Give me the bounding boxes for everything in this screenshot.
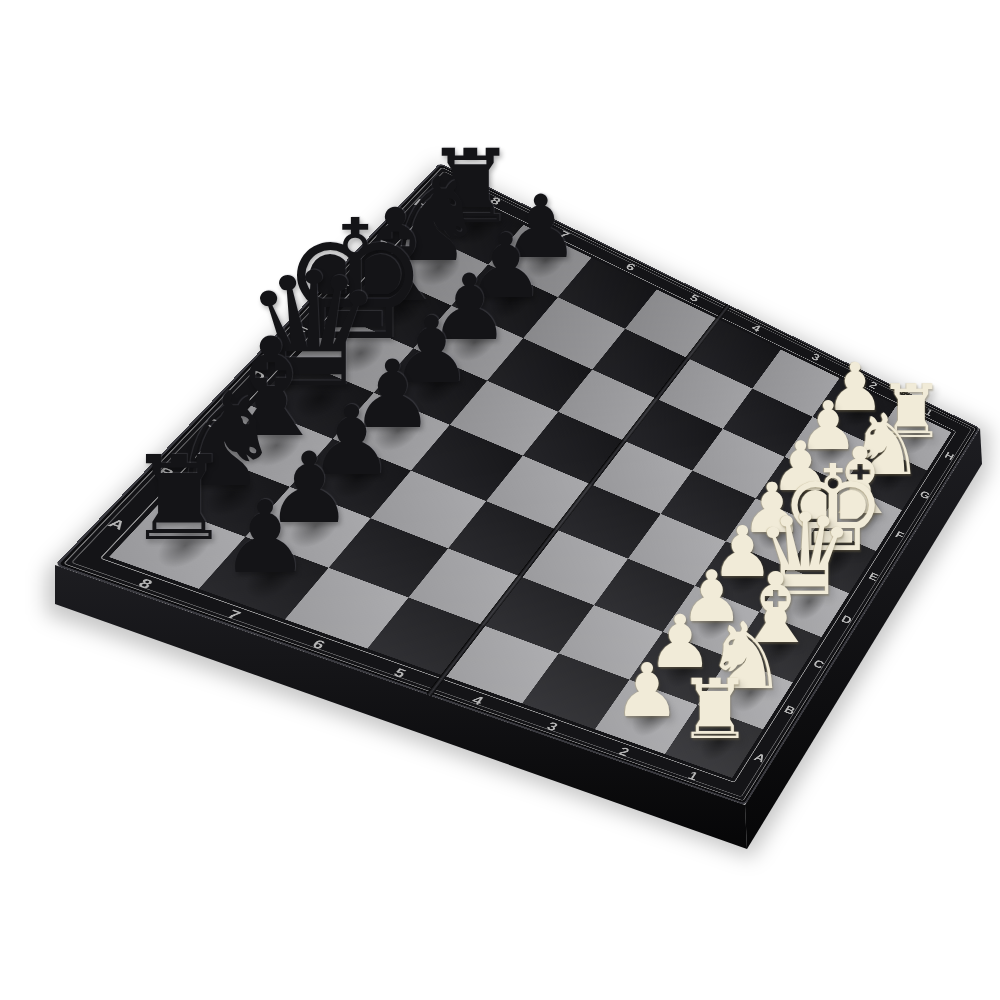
chess-set-photo: AA88BB77CC66DD55EE44FF33GG22HH11 ♜♞♝♛♚♝♞… bbox=[0, 0, 1000, 1000]
